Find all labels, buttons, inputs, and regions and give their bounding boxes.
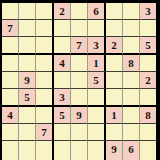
cell-r7c7[interactable]: 1 bbox=[106, 107, 123, 124]
cell-r5c5[interactable] bbox=[71, 72, 88, 89]
cell-r5c6[interactable]: 5 bbox=[88, 72, 106, 89]
cell-r7c9[interactable]: 8 bbox=[140, 107, 156, 124]
cell-r7c2[interactable] bbox=[19, 107, 36, 124]
cell-r6c6[interactable] bbox=[88, 89, 106, 107]
cell-r2c1[interactable]: 7 bbox=[2, 20, 19, 37]
cell-r5c8[interactable] bbox=[123, 72, 140, 89]
cell-r4c7[interactable] bbox=[106, 55, 123, 72]
cell-r4c3[interactable] bbox=[36, 55, 54, 72]
cell-r2c6[interactable] bbox=[88, 20, 106, 37]
cell-r3c2[interactable] bbox=[19, 37, 36, 55]
cell-r3c4[interactable] bbox=[54, 37, 71, 55]
cell-r8c1[interactable] bbox=[2, 124, 19, 141]
cell-r1c9[interactable]: 3 bbox=[140, 3, 156, 20]
cell-r7c1[interactable]: 4 bbox=[2, 107, 19, 124]
cell-r7c6[interactable] bbox=[88, 107, 106, 124]
cell-r9c2[interactable] bbox=[19, 141, 36, 160]
cell-r3c7[interactable]: 2 bbox=[106, 37, 123, 55]
cell-r5c2[interactable]: 9 bbox=[19, 72, 36, 89]
cell-r2c9[interactable] bbox=[140, 20, 156, 37]
cell-r3c8[interactable] bbox=[123, 37, 140, 55]
cell-r1c8[interactable] bbox=[123, 3, 140, 20]
cell-r3c3[interactable] bbox=[36, 37, 54, 55]
cell-r4c2[interactable] bbox=[19, 55, 36, 72]
cell-r2c3[interactable] bbox=[36, 20, 54, 37]
cell-r9c8[interactable]: 6 bbox=[123, 141, 140, 160]
cell-r1c2[interactable] bbox=[19, 3, 36, 20]
cell-r7c4[interactable]: 5 bbox=[54, 107, 71, 124]
cell-r6c4[interactable]: 3 bbox=[54, 89, 71, 107]
cell-r2c5[interactable] bbox=[71, 20, 88, 37]
cell-r5c4[interactable] bbox=[54, 72, 71, 89]
cell-r1c3[interactable] bbox=[36, 3, 54, 20]
cell-r8c3[interactable]: 7 bbox=[36, 124, 54, 141]
cell-r4c6[interactable]: 1 bbox=[88, 55, 106, 72]
cell-r3c5[interactable]: 7 bbox=[71, 37, 88, 55]
cell-r1c5[interactable] bbox=[71, 3, 88, 20]
cell-r2c4[interactable] bbox=[54, 20, 71, 37]
cell-r4c1[interactable] bbox=[2, 55, 19, 72]
cell-r9c6[interactable] bbox=[88, 141, 106, 160]
cell-r8c6[interactable] bbox=[88, 124, 106, 141]
cell-r6c9[interactable] bbox=[140, 89, 156, 107]
cell-r8c7[interactable] bbox=[106, 124, 123, 141]
cell-r2c7[interactable] bbox=[106, 20, 123, 37]
cell-r1c6[interactable]: 6 bbox=[88, 3, 106, 20]
cell-r9c3[interactable] bbox=[36, 141, 54, 160]
cell-r6c2[interactable]: 5 bbox=[19, 89, 36, 107]
cell-r7c8[interactable] bbox=[123, 107, 140, 124]
cell-r2c2[interactable] bbox=[19, 20, 36, 37]
cell-r4c8[interactable]: 8 bbox=[123, 55, 140, 72]
cell-r9c1[interactable] bbox=[2, 141, 19, 160]
cell-r8c5[interactable] bbox=[71, 124, 88, 141]
cell-r8c8[interactable] bbox=[123, 124, 140, 141]
cell-r5c1[interactable] bbox=[2, 72, 19, 89]
cell-r6c3[interactable] bbox=[36, 89, 54, 107]
cell-r1c4[interactable]: 2 bbox=[54, 3, 71, 20]
cell-r4c4[interactable]: 4 bbox=[54, 55, 71, 72]
sudoku-grid: 263773254189525345918796 bbox=[2, 3, 156, 160]
cell-r4c9[interactable] bbox=[140, 55, 156, 72]
cell-r6c8[interactable] bbox=[123, 89, 140, 107]
cell-r3c6[interactable]: 3 bbox=[88, 37, 106, 55]
cell-r9c7[interactable]: 9 bbox=[106, 141, 123, 160]
cell-r9c5[interactable] bbox=[71, 141, 88, 160]
cell-r7c5[interactable]: 9 bbox=[71, 107, 88, 124]
cell-r9c4[interactable] bbox=[54, 141, 71, 160]
cell-r1c7[interactable] bbox=[106, 3, 123, 20]
cell-r6c7[interactable] bbox=[106, 89, 123, 107]
cell-r5c9[interactable]: 2 bbox=[140, 72, 156, 89]
cell-r8c4[interactable] bbox=[54, 124, 71, 141]
cell-r9c9[interactable] bbox=[140, 141, 156, 160]
cell-r2c8[interactable] bbox=[123, 20, 140, 37]
cell-r8c9[interactable] bbox=[140, 124, 156, 141]
cell-r1c1[interactable] bbox=[2, 3, 19, 20]
cell-r4c5[interactable] bbox=[71, 55, 88, 72]
cell-r6c1[interactable] bbox=[2, 89, 19, 107]
sudoku-board: 263773254189525345918796 bbox=[0, 0, 160, 160]
cell-r3c9[interactable]: 5 bbox=[140, 37, 156, 55]
cell-r6c5[interactable] bbox=[71, 89, 88, 107]
cell-r7c3[interactable] bbox=[36, 107, 54, 124]
cell-r5c7[interactable] bbox=[106, 72, 123, 89]
cell-r8c2[interactable] bbox=[19, 124, 36, 141]
cell-r5c3[interactable] bbox=[36, 72, 54, 89]
cell-r3c1[interactable] bbox=[2, 37, 19, 55]
